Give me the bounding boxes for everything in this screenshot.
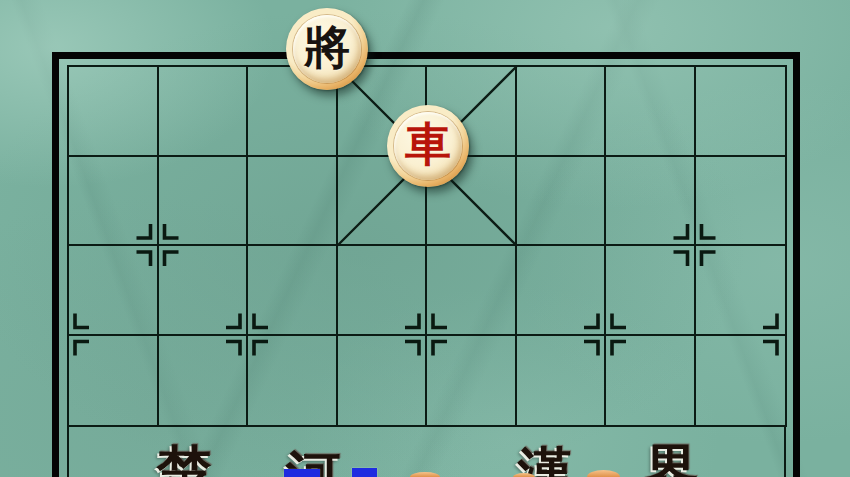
board-cell[interactable]: [696, 67, 786, 157]
river-character: 界: [644, 443, 699, 477]
orange-fragment: [513, 473, 535, 477]
river-left-edge-line: [67, 427, 69, 477]
board-cell[interactable]: [606, 157, 696, 247]
blue-fragment: [352, 468, 377, 477]
orange-fragment: [587, 470, 620, 477]
board-cell[interactable]: [517, 336, 607, 426]
piece-black-general[interactable]: 將: [286, 8, 368, 90]
board-cell[interactable]: [338, 336, 428, 426]
board-cell[interactable]: [159, 336, 249, 426]
board-cell[interactable]: [517, 246, 607, 336]
board-cell[interactable]: [606, 67, 696, 157]
board-cell[interactable]: [248, 246, 338, 336]
piece-glyph-black-general: 將: [286, 8, 368, 90]
board-cell[interactable]: [696, 336, 786, 426]
board-cell[interactable]: [606, 246, 696, 336]
river-character: 楚: [157, 444, 212, 477]
board-cell[interactable]: [517, 157, 607, 247]
board-cell[interactable]: [427, 246, 517, 336]
piece-red-chariot[interactable]: 車: [387, 105, 469, 187]
board-cell[interactable]: [69, 67, 159, 157]
board-cell[interactable]: [159, 67, 249, 157]
board-cell[interactable]: [248, 336, 338, 426]
board-cell[interactable]: [338, 246, 428, 336]
blue-fragment: [284, 469, 320, 477]
board-cell[interactable]: [69, 246, 159, 336]
board-cell[interactable]: [606, 336, 696, 426]
board-cell[interactable]: [696, 157, 786, 247]
xiangqi-screenshot: 楚河漢界 將車: [0, 0, 850, 477]
board-cell[interactable]: [159, 246, 249, 336]
board-cell[interactable]: [159, 157, 249, 247]
piece-glyph-red-chariot: 車: [387, 105, 469, 187]
board-cell[interactable]: [69, 336, 159, 426]
board-cell[interactable]: [517, 67, 607, 157]
orange-fragment: [410, 472, 440, 477]
board-cell[interactable]: [696, 246, 786, 336]
board-cell[interactable]: [248, 157, 338, 247]
board-cell[interactable]: [427, 336, 517, 426]
river-right-edge-line: [784, 427, 786, 477]
board-cell[interactable]: [69, 157, 159, 247]
